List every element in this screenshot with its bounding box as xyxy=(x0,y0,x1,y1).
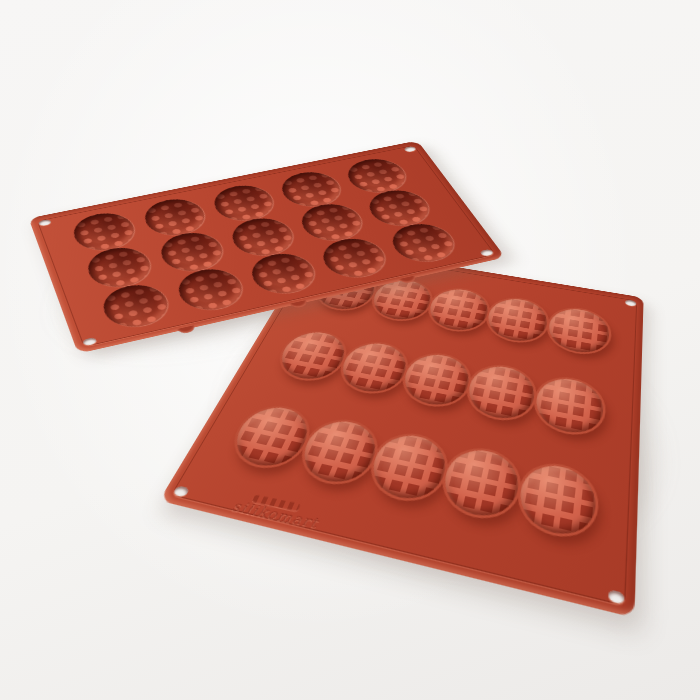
corner-hole-icon xyxy=(172,485,190,497)
corner-hole-icon xyxy=(625,299,636,306)
waffle-disc xyxy=(546,305,611,357)
waffle-disc xyxy=(532,374,605,439)
waffle-cell xyxy=(510,441,601,564)
waffle-disc xyxy=(464,362,539,424)
corner-hole-icon xyxy=(38,219,52,226)
corner-hole-icon xyxy=(608,589,624,604)
product-photo-scene: silikomart xyxy=(0,0,700,700)
waffle-cell xyxy=(528,360,607,457)
corner-hole-icon xyxy=(479,249,494,257)
embossed-marking: silikomart xyxy=(230,492,324,531)
corner-hole-icon xyxy=(403,146,417,153)
waffle-disc xyxy=(438,444,523,523)
waffle-cell xyxy=(542,294,612,372)
waffle-disc xyxy=(424,286,492,335)
waffle-disc xyxy=(515,459,598,541)
waffle-disc xyxy=(484,295,551,346)
corner-hole-icon xyxy=(82,337,97,346)
waffle-disc xyxy=(397,350,474,410)
